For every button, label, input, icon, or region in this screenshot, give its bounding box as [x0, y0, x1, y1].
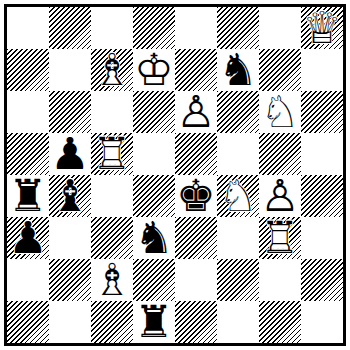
chess-diagram: ♛♕♝♗♚♔♞♞♟♙♞♘♟♟♜♖♜♜♝♝♚♚♞♘♟♙♟♟♞♞♜♖♝♗♜♜ — [0, 0, 350, 350]
square-c8[interactable] — [91, 7, 133, 49]
black-knight-piece: ♞ — [133, 217, 175, 259]
square-g5[interactable] — [259, 133, 301, 175]
square-c7[interactable]: ♝♗ — [91, 49, 133, 91]
white-bishop-piece: ♗ — [91, 49, 133, 91]
white-knight-piece: ♘ — [217, 175, 259, 217]
square-g1[interactable] — [259, 301, 301, 343]
black-pawn-piece: ♟ — [49, 133, 91, 175]
square-b4[interactable]: ♝♝ — [49, 175, 91, 217]
white-pawn-piece: ♙ — [175, 91, 217, 133]
square-d8[interactable] — [133, 7, 175, 49]
piece-backdrop: ♟ — [259, 175, 301, 217]
square-f1[interactable] — [217, 301, 259, 343]
square-e6[interactable]: ♟♙ — [175, 91, 217, 133]
white-bishop-piece: ♗ — [91, 259, 133, 301]
white-pawn-piece: ♙ — [259, 175, 301, 217]
square-a2[interactable] — [7, 259, 49, 301]
square-e2[interactable] — [175, 259, 217, 301]
white-rook-piece: ♖ — [259, 217, 301, 259]
square-b8[interactable] — [49, 7, 91, 49]
black-rook-piece: ♜ — [133, 301, 175, 343]
square-a6[interactable] — [7, 91, 49, 133]
square-f4[interactable]: ♞♘ — [217, 175, 259, 217]
square-h6[interactable] — [301, 91, 343, 133]
square-f5[interactable] — [217, 133, 259, 175]
square-h1[interactable] — [301, 301, 343, 343]
black-rook-piece: ♜ — [7, 175, 49, 217]
square-b5[interactable]: ♟♟ — [49, 133, 91, 175]
square-a8[interactable] — [7, 7, 49, 49]
piece-backdrop: ♜ — [7, 175, 49, 217]
square-c6[interactable] — [91, 91, 133, 133]
square-h7[interactable] — [301, 49, 343, 91]
square-h2[interactable] — [301, 259, 343, 301]
piece-backdrop: ♝ — [91, 49, 133, 91]
square-c3[interactable] — [91, 217, 133, 259]
square-f2[interactable] — [217, 259, 259, 301]
square-b7[interactable] — [49, 49, 91, 91]
square-a1[interactable] — [7, 301, 49, 343]
square-c2[interactable]: ♝♗ — [91, 259, 133, 301]
square-f7[interactable]: ♞♞ — [217, 49, 259, 91]
square-a4[interactable]: ♜♜ — [7, 175, 49, 217]
piece-backdrop: ♚ — [175, 175, 217, 217]
square-e1[interactable] — [175, 301, 217, 343]
black-king-piece: ♚ — [175, 175, 217, 217]
square-e7[interactable] — [175, 49, 217, 91]
piece-backdrop: ♜ — [91, 133, 133, 175]
square-e5[interactable] — [175, 133, 217, 175]
square-h4[interactable] — [301, 175, 343, 217]
square-d6[interactable] — [133, 91, 175, 133]
square-d1[interactable]: ♜♜ — [133, 301, 175, 343]
piece-backdrop: ♜ — [259, 217, 301, 259]
square-g2[interactable] — [259, 259, 301, 301]
piece-backdrop: ♞ — [133, 217, 175, 259]
square-h3[interactable] — [301, 217, 343, 259]
square-h5[interactable] — [301, 133, 343, 175]
piece-backdrop: ♟ — [175, 91, 217, 133]
white-knight-piece: ♘ — [259, 91, 301, 133]
piece-backdrop: ♟ — [7, 217, 49, 259]
white-king-piece: ♔ — [133, 49, 175, 91]
piece-backdrop: ♞ — [259, 91, 301, 133]
black-bishop-piece: ♝ — [49, 175, 91, 217]
square-b1[interactable] — [49, 301, 91, 343]
square-b3[interactable] — [49, 217, 91, 259]
chess-board: ♛♕♝♗♚♔♞♞♟♙♞♘♟♟♜♖♜♜♝♝♚♚♞♘♟♙♟♟♞♞♜♖♝♗♜♜ — [7, 7, 343, 343]
square-d3[interactable]: ♞♞ — [133, 217, 175, 259]
piece-backdrop: ♝ — [91, 259, 133, 301]
square-c1[interactable] — [91, 301, 133, 343]
square-g4[interactable]: ♟♙ — [259, 175, 301, 217]
square-e3[interactable] — [175, 217, 217, 259]
square-a7[interactable] — [7, 49, 49, 91]
square-a3[interactable]: ♟♟ — [7, 217, 49, 259]
square-h8[interactable]: ♛♕ — [301, 7, 343, 49]
square-c4[interactable] — [91, 175, 133, 217]
square-f6[interactable] — [217, 91, 259, 133]
square-g6[interactable]: ♞♘ — [259, 91, 301, 133]
piece-backdrop: ♜ — [133, 301, 175, 343]
piece-backdrop: ♟ — [49, 133, 91, 175]
square-d5[interactable] — [133, 133, 175, 175]
square-g8[interactable] — [259, 7, 301, 49]
white-queen-piece: ♕ — [301, 7, 343, 49]
square-e4[interactable]: ♚♚ — [175, 175, 217, 217]
piece-backdrop: ♚ — [133, 49, 175, 91]
square-f8[interactable] — [217, 7, 259, 49]
square-f3[interactable] — [217, 217, 259, 259]
square-d7[interactable]: ♚♔ — [133, 49, 175, 91]
square-d2[interactable] — [133, 259, 175, 301]
square-b2[interactable] — [49, 259, 91, 301]
piece-backdrop: ♞ — [217, 175, 259, 217]
black-knight-piece: ♞ — [217, 49, 259, 91]
square-e8[interactable] — [175, 7, 217, 49]
square-c5[interactable]: ♜♖ — [91, 133, 133, 175]
piece-backdrop: ♛ — [301, 7, 343, 49]
square-a5[interactable] — [7, 133, 49, 175]
square-b6[interactable] — [49, 91, 91, 133]
white-rook-piece: ♖ — [91, 133, 133, 175]
board-frame: ♛♕♝♗♚♔♞♞♟♙♞♘♟♟♜♖♜♜♝♝♚♚♞♘♟♙♟♟♞♞♜♖♝♗♜♜ — [4, 4, 346, 346]
piece-backdrop: ♞ — [217, 49, 259, 91]
piece-backdrop: ♝ — [49, 175, 91, 217]
square-g7[interactable] — [259, 49, 301, 91]
square-d4[interactable] — [133, 175, 175, 217]
square-g3[interactable]: ♜♖ — [259, 217, 301, 259]
black-pawn-piece: ♟ — [7, 217, 49, 259]
